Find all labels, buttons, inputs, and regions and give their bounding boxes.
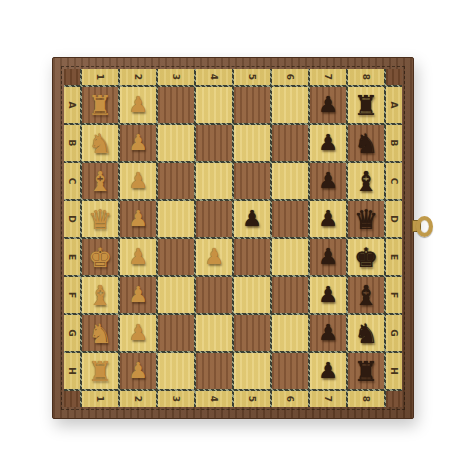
black-pawn[interactable]: ♟ — [318, 322, 338, 344]
file-label-e-right: E — [386, 239, 402, 275]
file-label-text: E — [389, 254, 399, 260]
rank-label-2-top: 2 — [120, 69, 156, 85]
white-pawn[interactable]: ♟ — [128, 246, 148, 268]
rank-label-text: 7 — [323, 74, 333, 80]
white-knight[interactable]: ♞ — [88, 320, 112, 347]
file-label-c-left: C — [64, 163, 80, 199]
file-label-text: H — [389, 367, 399, 375]
square-f7[interactable]: ♟ — [310, 277, 346, 313]
white-rook[interactable]: ♜ — [88, 92, 112, 119]
clasp-ring — [416, 216, 433, 237]
square-c4[interactable] — [196, 163, 232, 199]
file-label-text: F — [389, 292, 399, 298]
black-pawn[interactable]: ♟ — [318, 170, 338, 192]
square-h3[interactable] — [158, 353, 194, 389]
rank-label-3-bottom: 3 — [158, 391, 194, 407]
file-label-d-right: D — [386, 201, 402, 237]
file-label-text: C — [389, 178, 399, 185]
file-label-text: H — [67, 367, 77, 375]
rank-label-text: 1 — [95, 396, 105, 402]
file-label-h-right: H — [386, 353, 402, 389]
square-f6[interactable] — [272, 277, 308, 313]
rank-label-text: 2 — [133, 74, 143, 80]
rank-label-text: 5 — [247, 74, 257, 80]
file-label-text: B — [67, 140, 77, 147]
black-bishop[interactable]: ♝ — [354, 168, 378, 195]
white-knight[interactable]: ♞ — [88, 130, 112, 157]
square-b4[interactable] — [196, 125, 232, 161]
frame-corner — [64, 391, 80, 407]
white-bishop[interactable]: ♝ — [88, 168, 112, 195]
square-g3[interactable] — [158, 315, 194, 351]
square-a1[interactable]: ♜ — [82, 87, 118, 123]
rank-label-2-bottom: 2 — [120, 391, 156, 407]
square-h7[interactable]: ♟ — [310, 353, 346, 389]
square-h1[interactable]: ♜ — [82, 353, 118, 389]
square-e4[interactable]: ♟ — [196, 239, 232, 275]
file-label-text: D — [67, 215, 77, 222]
square-e7[interactable]: ♟ — [310, 239, 346, 275]
white-pawn[interactable]: ♟ — [128, 132, 148, 154]
square-f1[interactable]: ♝ — [82, 277, 118, 313]
square-e8[interactable]: ♚ — [348, 239, 384, 275]
white-queen[interactable]: ♛ — [88, 206, 112, 233]
square-h5[interactable] — [234, 353, 270, 389]
frame-corner — [386, 391, 402, 407]
square-b5[interactable] — [234, 125, 270, 161]
square-c2[interactable]: ♟ — [120, 163, 156, 199]
rank-label-5-top: 5 — [234, 69, 270, 85]
rank-label-3-top: 3 — [158, 69, 194, 85]
square-c6[interactable] — [272, 163, 308, 199]
frame-corner — [64, 69, 80, 85]
white-pawn[interactable]: ♟ — [128, 170, 148, 192]
rank-label-text: 3 — [171, 396, 181, 402]
square-a4[interactable] — [196, 87, 232, 123]
rank-label-text: 1 — [95, 74, 105, 80]
black-pawn[interactable]: ♟ — [318, 208, 338, 230]
square-b6[interactable] — [272, 125, 308, 161]
square-f3[interactable] — [158, 277, 194, 313]
file-label-text: A — [389, 102, 399, 109]
file-label-text: A — [67, 102, 77, 109]
frame-corner — [386, 69, 402, 85]
rank-label-text: 6 — [285, 74, 295, 80]
square-e1[interactable]: ♚ — [82, 239, 118, 275]
square-b1[interactable]: ♞ — [82, 125, 118, 161]
square-g6[interactable] — [272, 315, 308, 351]
file-label-e-left: E — [64, 239, 80, 275]
square-c3[interactable] — [158, 163, 194, 199]
square-c1[interactable]: ♝ — [82, 163, 118, 199]
black-queen[interactable]: ♛ — [354, 206, 378, 233]
black-king[interactable]: ♚ — [354, 244, 378, 271]
square-e6[interactable] — [272, 239, 308, 275]
square-a6[interactable] — [272, 87, 308, 123]
square-a3[interactable] — [158, 87, 194, 123]
file-label-a-right: A — [386, 87, 402, 123]
white-pawn[interactable]: ♟ — [204, 246, 224, 268]
rank-label-text: 4 — [209, 396, 219, 402]
square-b8[interactable]: ♞ — [348, 125, 384, 161]
rank-label-8-top: 8 — [348, 69, 384, 85]
square-d5[interactable]: ♟ — [234, 201, 270, 237]
rank-label-7-top: 7 — [310, 69, 346, 85]
file-label-text: B — [389, 140, 399, 147]
white-pawn[interactable]: ♟ — [128, 360, 148, 382]
rank-label-1-top: 1 — [82, 69, 118, 85]
square-d2[interactable]: ♟ — [120, 201, 156, 237]
file-label-b-left: B — [64, 125, 80, 161]
square-a2[interactable]: ♟ — [120, 87, 156, 123]
square-d8[interactable]: ♛ — [348, 201, 384, 237]
square-a8[interactable]: ♜ — [348, 87, 384, 123]
rank-label-text: 7 — [323, 396, 333, 402]
square-c5[interactable] — [234, 163, 270, 199]
black-rook[interactable]: ♜ — [354, 358, 378, 385]
rank-label-text: 4 — [209, 74, 219, 80]
black-knight[interactable]: ♞ — [354, 130, 378, 157]
white-bishop[interactable]: ♝ — [88, 282, 112, 309]
black-pawn[interactable]: ♟ — [318, 246, 338, 268]
black-pawn[interactable]: ♟ — [318, 94, 338, 116]
square-e3[interactable] — [158, 239, 194, 275]
file-label-text: F — [67, 292, 77, 298]
file-label-c-right: C — [386, 163, 402, 199]
chess-board: 12345678A♜♟♟♜AB♞♟♟♞BC♝♟♟♝CD♛♟♟♟♛DE♚♟♟♟♚E… — [52, 57, 414, 419]
white-pawn[interactable]: ♟ — [128, 322, 148, 344]
square-d6[interactable] — [272, 201, 308, 237]
rank-label-1-bottom: 1 — [82, 391, 118, 407]
product-photo-background: 12345678A♜♟♟♜AB♞♟♟♞BC♝♟♟♝CD♛♟♟♟♛DE♚♟♟♟♚E… — [0, 0, 465, 465]
square-c7[interactable]: ♟ — [310, 163, 346, 199]
file-label-b-right: B — [386, 125, 402, 161]
square-d3[interactable] — [158, 201, 194, 237]
square-g2[interactable]: ♟ — [120, 315, 156, 351]
file-label-text: D — [389, 215, 399, 222]
rank-label-text: 8 — [361, 74, 371, 80]
square-d4[interactable] — [196, 201, 232, 237]
square-f2[interactable]: ♟ — [120, 277, 156, 313]
square-h6[interactable] — [272, 353, 308, 389]
rank-label-4-top: 4 — [196, 69, 232, 85]
rank-label-text: 2 — [133, 396, 143, 402]
square-e2[interactable]: ♟ — [120, 239, 156, 275]
file-label-g-right: G — [386, 315, 402, 351]
square-d7[interactable]: ♟ — [310, 201, 346, 237]
white-pawn[interactable]: ♟ — [128, 94, 148, 116]
black-pawn[interactable]: ♟ — [318, 132, 338, 154]
white-pawn[interactable]: ♟ — [128, 208, 148, 230]
square-f5[interactable] — [234, 277, 270, 313]
rank-label-7-bottom: 7 — [310, 391, 346, 407]
rank-label-4-bottom: 4 — [196, 391, 232, 407]
frame-stitch-border: 12345678A♜♟♟♜AB♞♟♟♞BC♝♟♟♝CD♛♟♟♟♛DE♚♟♟♟♚E… — [61, 66, 405, 410]
square-b2[interactable]: ♟ — [120, 125, 156, 161]
rank-label-text: 6 — [285, 396, 295, 402]
rank-label-6-top: 6 — [272, 69, 308, 85]
square-h2[interactable]: ♟ — [120, 353, 156, 389]
board-grid: 12345678A♜♟♟♜AB♞♟♟♞BC♝♟♟♝CD♛♟♟♟♛DE♚♟♟♟♚E… — [64, 69, 402, 407]
brass-clasp-icon — [412, 214, 430, 236]
black-bishop[interactable]: ♝ — [354, 282, 378, 309]
square-e5[interactable] — [234, 239, 270, 275]
file-label-text: C — [67, 178, 77, 185]
square-b7[interactable]: ♟ — [310, 125, 346, 161]
rank-label-6-bottom: 6 — [272, 391, 308, 407]
black-pawn[interactable]: ♟ — [242, 208, 262, 230]
file-label-h-left: H — [64, 353, 80, 389]
black-pawn[interactable]: ♟ — [318, 284, 338, 306]
square-d1[interactable]: ♛ — [82, 201, 118, 237]
white-pawn[interactable]: ♟ — [128, 284, 148, 306]
square-g1[interactable]: ♞ — [82, 315, 118, 351]
file-label-text: G — [389, 329, 399, 336]
square-h4[interactable] — [196, 353, 232, 389]
square-a5[interactable] — [234, 87, 270, 123]
black-rook[interactable]: ♜ — [354, 92, 378, 119]
square-g4[interactable] — [196, 315, 232, 351]
black-pawn[interactable]: ♟ — [318, 360, 338, 382]
square-b3[interactable] — [158, 125, 194, 161]
square-g8[interactable]: ♞ — [348, 315, 384, 351]
rank-label-text: 5 — [247, 396, 257, 402]
file-label-text: E — [67, 254, 77, 260]
file-label-f-right: F — [386, 277, 402, 313]
rank-label-text: 8 — [361, 396, 371, 402]
rank-label-5-bottom: 5 — [234, 391, 270, 407]
square-f4[interactable] — [196, 277, 232, 313]
rank-label-8-bottom: 8 — [348, 391, 384, 407]
file-label-a-left: A — [64, 87, 80, 123]
square-g5[interactable] — [234, 315, 270, 351]
rank-label-text: 3 — [171, 74, 181, 80]
file-label-text: G — [67, 329, 77, 336]
square-f8[interactable]: ♝ — [348, 277, 384, 313]
white-rook[interactable]: ♜ — [88, 358, 112, 385]
square-g7[interactable]: ♟ — [310, 315, 346, 351]
white-king[interactable]: ♚ — [88, 244, 112, 271]
black-knight[interactable]: ♞ — [354, 320, 378, 347]
file-label-f-left: F — [64, 277, 80, 313]
file-label-d-left: D — [64, 201, 80, 237]
square-c8[interactable]: ♝ — [348, 163, 384, 199]
file-label-g-left: G — [64, 315, 80, 351]
square-a7[interactable]: ♟ — [310, 87, 346, 123]
square-h8[interactable]: ♜ — [348, 353, 384, 389]
wooden-frame: 12345678A♜♟♟♜AB♞♟♟♞BC♝♟♟♝CD♛♟♟♟♛DE♚♟♟♟♚E… — [52, 57, 414, 419]
